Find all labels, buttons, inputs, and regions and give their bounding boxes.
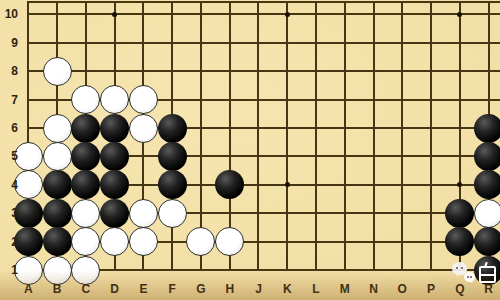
grid-line-col-K [286, 1, 288, 271]
stone-black-H4 [215, 170, 244, 199]
stone-white-B5 [43, 142, 72, 171]
grid-line-col-M [344, 1, 346, 271]
stone-white-A4 [14, 170, 43, 199]
stone-white-C2 [71, 227, 100, 256]
stone-white-F3 [158, 199, 187, 228]
stone-white-E3 [129, 199, 158, 228]
stone-black-F5 [158, 142, 187, 171]
stone-black-B4 [43, 170, 72, 199]
stone-white-E2 [129, 227, 158, 256]
grid-line-col-O [401, 1, 403, 271]
col-label-G: G [189, 281, 213, 297]
stone-white-D7 [100, 85, 129, 114]
col-label-Q: Q [448, 281, 472, 297]
star-point-K4 [285, 182, 290, 187]
stone-black-C6 [71, 114, 100, 143]
col-label-P: P [419, 281, 443, 297]
stone-black-B3 [43, 199, 72, 228]
col-label-R: R [477, 281, 500, 297]
stone-black-C5 [71, 142, 100, 171]
stone-black-R4 [474, 170, 500, 199]
stone-white-D2 [100, 227, 129, 256]
row-label-7: 7 [0, 92, 18, 108]
stone-black-Q2 [445, 227, 474, 256]
grid-line-col-L [315, 1, 317, 271]
row-label-8: 8 [0, 63, 18, 79]
stone-black-D3 [100, 199, 129, 228]
stone-white-E7 [129, 85, 158, 114]
col-label-L: L [304, 281, 328, 297]
stone-white-R3 [474, 199, 500, 228]
col-label-C: C [74, 281, 98, 297]
stone-black-A2 [14, 227, 43, 256]
col-label-J: J [246, 281, 270, 297]
col-label-N: N [362, 281, 386, 297]
row-label-1: 1 [0, 262, 18, 278]
stone-black-D6 [100, 114, 129, 143]
row-label-9: 9 [0, 35, 18, 51]
stone-black-A3 [14, 199, 43, 228]
row-label-5: 5 [0, 148, 18, 164]
stone-black-Q3 [445, 199, 474, 228]
grid-line-col-J [257, 1, 259, 271]
star-point-K10 [285, 12, 290, 17]
stone-black-R2 [474, 227, 500, 256]
go-board-diagram: 10987654321ABCDEFGHJKLMNOPQR [0, 0, 500, 300]
stone-black-D4 [100, 170, 129, 199]
col-label-M: M [333, 281, 357, 297]
stone-black-F6 [158, 114, 187, 143]
stone-white-A5 [14, 142, 43, 171]
watermark [452, 261, 500, 283]
wechat-icon [452, 262, 475, 282]
watermark-text [479, 266, 496, 283]
stone-white-E6 [129, 114, 158, 143]
stone-black-B2 [43, 227, 72, 256]
stone-white-C3 [71, 199, 100, 228]
stone-black-R6 [474, 114, 500, 143]
star-point-Q10 [457, 12, 462, 17]
grid-line-col-N [373, 1, 375, 271]
col-label-B: B [45, 281, 69, 297]
grid-line-col-P [430, 1, 432, 271]
star-point-Q4 [457, 182, 462, 187]
col-label-F: F [160, 281, 184, 297]
col-label-O: O [390, 281, 414, 297]
stone-white-C7 [71, 85, 100, 114]
col-label-E: E [131, 281, 155, 297]
row-label-4: 4 [0, 177, 18, 193]
stone-black-C4 [71, 170, 100, 199]
stone-black-F4 [158, 170, 187, 199]
col-label-H: H [218, 281, 242, 297]
row-label-3: 3 [0, 205, 18, 221]
stone-white-G2 [186, 227, 215, 256]
col-label-A: A [16, 281, 40, 297]
stone-white-H2 [215, 227, 244, 256]
star-point-D10 [112, 12, 117, 17]
wechat-bubble-small [464, 272, 475, 282]
stone-white-B8 [43, 57, 72, 86]
col-label-D: D [103, 281, 127, 297]
row-label-10: 10 [0, 6, 18, 22]
row-label-2: 2 [0, 234, 18, 250]
stone-white-B6 [43, 114, 72, 143]
go-board: 10987654321ABCDEFGHJKLMNOPQR [0, 0, 500, 300]
col-label-K: K [275, 281, 299, 297]
stone-black-R5 [474, 142, 500, 171]
row-label-6: 6 [0, 120, 18, 136]
stone-black-D5 [100, 142, 129, 171]
